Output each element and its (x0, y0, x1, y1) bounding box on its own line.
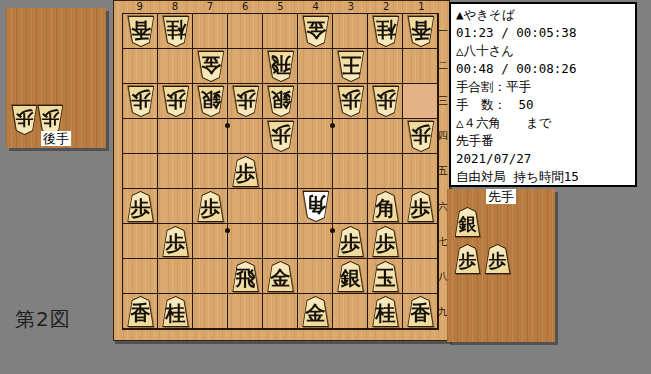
piece-gote-pawn: 歩 (337, 86, 365, 117)
piece-glyph: 歩 (11, 105, 38, 135)
square-6-6[interactable] (228, 189, 263, 224)
piece-glyph: 香 (127, 296, 155, 327)
piece-sente-gold: 金 (267, 261, 295, 292)
piece-glyph: 歩 (484, 244, 511, 274)
square-1-3[interactable] (403, 84, 438, 119)
square-2-9[interactable]: 桂 (368, 294, 403, 329)
piece-sente-gold: 金 (302, 296, 330, 327)
piece-gote-silver: 銀 (197, 86, 225, 117)
square-3-1[interactable] (333, 14, 368, 49)
square-7-1[interactable] (193, 14, 228, 49)
square-2-3[interactable]: 歩 (368, 84, 403, 119)
piece-sente-pawn: 歩 (407, 191, 435, 222)
piece-glyph: 歩 (337, 226, 365, 257)
piece-glyph: 歩 (232, 156, 260, 187)
piece-glyph: 歩 (407, 121, 435, 152)
piece-gote-knight: 桂 (372, 16, 400, 47)
square-6-4[interactable] (228, 119, 263, 154)
piece-sente-pawn: 歩 (372, 226, 400, 257)
square-5-3[interactable]: 銀 (263, 84, 298, 119)
square-5-5[interactable] (263, 154, 298, 189)
file-labels: 987654321 (122, 1, 439, 13)
square-2-8[interactable]: 玉 (368, 259, 403, 294)
figure-label: 第2図 (15, 306, 71, 333)
square-1-5[interactable] (403, 154, 438, 189)
square-7-9[interactable] (193, 294, 228, 329)
square-4-4[interactable] (298, 119, 333, 154)
piece-glyph: 桂 (372, 16, 400, 47)
piece-glyph: 飛 (232, 261, 260, 292)
piece-glyph: 王 (337, 51, 365, 82)
square-6-3[interactable]: 歩 (228, 84, 263, 119)
square-9-5[interactable] (123, 154, 158, 189)
piece-glyph: 歩 (337, 86, 365, 117)
square-1-2[interactable] (403, 49, 438, 84)
piece-glyph: 銀 (267, 86, 295, 117)
square-3-3[interactable]: 歩 (333, 84, 368, 119)
piece-glyph: 桂 (162, 296, 190, 327)
sente-captured-tray: 先手 銀 歩 歩 (447, 189, 555, 342)
square-5-9[interactable] (263, 294, 298, 329)
piece-glyph: 銀 (454, 207, 481, 237)
square-9-4[interactable] (123, 119, 158, 154)
piece-glyph: 歩 (127, 191, 155, 222)
square-3-9[interactable] (333, 294, 368, 329)
square-5-8[interactable]: 金 (263, 259, 298, 294)
piece-glyph: 香 (127, 16, 155, 47)
piece-sente-silver-in-hand[interactable]: 銀 (454, 207, 481, 237)
square-9-3[interactable]: 歩 (123, 84, 158, 119)
square-1-6[interactable]: 歩 (403, 189, 438, 224)
piece-gote-knight: 桂 (162, 16, 190, 47)
square-8-4[interactable] (158, 119, 193, 154)
piece-gote-pawn: 歩 (407, 121, 435, 152)
square-4-3[interactable] (298, 84, 333, 119)
square-8-5[interactable] (158, 154, 193, 189)
piece-glyph: 金 (302, 16, 330, 47)
square-2-4[interactable] (368, 119, 403, 154)
square-1-9[interactable]: 香 (403, 294, 438, 329)
gote-tray-label: 後手 (41, 131, 71, 146)
square-7-7[interactable] (193, 224, 228, 259)
square-3-5[interactable] (333, 154, 368, 189)
square-3-4[interactable] (333, 119, 368, 154)
square-5-1[interactable] (263, 14, 298, 49)
piece-gote-pawn: 歩 (267, 121, 295, 152)
square-8-2[interactable] (158, 49, 193, 84)
piece-gote-pawn: 歩 (232, 86, 260, 117)
square-5-6[interactable] (263, 189, 298, 224)
piece-sente-silver: 銀 (337, 261, 365, 292)
game-info-panel: ▲やきそば 01:23 / 00:05:38 △八十さん 00:48 / 00:… (449, 2, 637, 187)
piece-glyph: 香 (407, 296, 435, 327)
square-6-9[interactable] (228, 294, 263, 329)
sente-player-name: ▲やきそば (456, 6, 630, 24)
square-7-8[interactable] (193, 259, 228, 294)
piece-sente-lance: 香 (407, 296, 435, 327)
piece-sente-pawn-in-hand[interactable]: 歩 (484, 244, 511, 274)
square-6-7[interactable] (228, 224, 263, 259)
piece-gote-rook: 飛 (267, 51, 295, 82)
square-9-8[interactable] (123, 259, 158, 294)
square-3-2[interactable]: 王 (333, 49, 368, 84)
square-7-6[interactable]: 歩 (193, 189, 228, 224)
handicap-line: 手合割：平手 (456, 78, 630, 96)
game-rule: 自由対局 持ち時間15 (456, 168, 630, 186)
square-2-5[interactable] (368, 154, 403, 189)
piece-glyph: 歩 (407, 191, 435, 222)
sente-time: 01:23 / 00:05:38 (456, 24, 630, 42)
square-5-4[interactable]: 歩 (263, 119, 298, 154)
shogi-board: 987654321 一二三四五六七八九 香桂金桂香金飛王歩歩銀歩銀歩歩歩歩歩歩歩… (113, 0, 450, 341)
square-8-7[interactable]: 歩 (158, 224, 193, 259)
square-6-8[interactable]: 飛 (228, 259, 263, 294)
square-2-7[interactable]: 歩 (368, 224, 403, 259)
square-6-2[interactable] (228, 49, 263, 84)
piece-glyph: 金 (197, 51, 225, 82)
file-label-1: 1 (404, 1, 439, 13)
square-4-8[interactable] (298, 259, 333, 294)
square-2-1[interactable]: 桂 (368, 14, 403, 49)
square-4-1[interactable]: 金 (298, 14, 333, 49)
piece-glyph: 金 (267, 261, 295, 292)
piece-gote-gold: 金 (302, 16, 330, 47)
piece-glyph: 歩 (197, 191, 225, 222)
piece-sente-pawn-in-hand[interactable]: 歩 (454, 244, 481, 274)
piece-gote-lance: 香 (407, 16, 435, 47)
piece-sente-pawn: 歩 (197, 191, 225, 222)
piece-gote-king: 王 (337, 51, 365, 82)
square-8-3[interactable]: 歩 (158, 84, 193, 119)
square-9-2[interactable] (123, 49, 158, 84)
square-1-4[interactable]: 歩 (403, 119, 438, 154)
piece-glyph: 歩 (267, 121, 295, 152)
piece-sente-knight: 桂 (162, 296, 190, 327)
square-8-8[interactable] (158, 259, 193, 294)
file-label-7: 7 (192, 1, 227, 13)
piece-gote-pawn: 歩 (127, 86, 155, 117)
file-label-2: 2 (369, 1, 404, 13)
square-6-1[interactable] (228, 14, 263, 49)
square-4-9[interactable]: 金 (298, 294, 333, 329)
square-1-8[interactable] (403, 259, 438, 294)
gote-player-name: △八十さん (456, 42, 630, 60)
square-2-6[interactable]: 角 (368, 189, 403, 224)
hoshi-dot (225, 123, 230, 128)
piece-gote-lance: 香 (127, 16, 155, 47)
game-date: 2021/07/27 (456, 150, 630, 168)
piece-glyph: 銀 (197, 86, 225, 117)
piece-sente-pawn: 歩 (232, 156, 260, 187)
piece-gote-pawn-in-hand[interactable]: 歩 (11, 105, 38, 135)
file-label-5: 5 (263, 1, 298, 13)
square-5-7[interactable] (263, 224, 298, 259)
piece-sente-rook: 飛 (232, 261, 260, 292)
piece-sente-king: 玉 (372, 261, 400, 292)
piece-glyph: 銀 (337, 261, 365, 292)
piece-glyph: 金 (302, 296, 330, 327)
square-5-2[interactable]: 飛 (263, 49, 298, 84)
piece-gote-bishop: 角 (302, 191, 330, 222)
square-8-1[interactable]: 桂 (158, 14, 193, 49)
piece-gote-silver: 銀 (267, 86, 295, 117)
piece-glyph: 歩 (232, 86, 260, 117)
piece-glyph: 歩 (372, 86, 400, 117)
piece-glyph: 桂 (372, 296, 400, 327)
piece-glyph: 歩 (162, 86, 190, 117)
piece-glyph: 歩 (372, 226, 400, 257)
piece-gote-pawn: 歩 (162, 86, 190, 117)
square-3-8[interactable]: 銀 (333, 259, 368, 294)
square-7-3[interactable]: 銀 (193, 84, 228, 119)
square-2-2[interactable] (368, 49, 403, 84)
square-3-6[interactable] (333, 189, 368, 224)
piece-glyph: 角 (302, 191, 330, 222)
file-label-4: 4 (298, 1, 333, 13)
file-label-8: 8 (157, 1, 192, 13)
square-4-6[interactable]: 角 (298, 189, 333, 224)
file-label-6: 6 (228, 1, 263, 13)
piece-glyph: 角 (372, 191, 400, 222)
turn-indicator: 先手番 (456, 132, 630, 150)
piece-sente-knight: 桂 (372, 296, 400, 327)
piece-gote-pawn: 歩 (372, 86, 400, 117)
square-7-5[interactable] (193, 154, 228, 189)
piece-glyph: 桂 (162, 16, 190, 47)
piece-glyph: 歩 (162, 226, 190, 257)
square-4-2[interactable] (298, 49, 333, 84)
hoshi-dot (225, 228, 230, 233)
square-1-7[interactable] (403, 224, 438, 259)
piece-glyph: 歩 (454, 244, 481, 274)
square-1-1[interactable]: 香 (403, 14, 438, 49)
square-9-7[interactable] (123, 224, 158, 259)
sente-tray-label: 先手 (486, 189, 516, 204)
square-3-7[interactable]: 歩 (333, 224, 368, 259)
board-grid: 香桂金桂香金飛王歩歩銀歩銀歩歩歩歩歩歩歩角角歩歩歩歩飛金銀玉香桂金桂香 (122, 13, 439, 330)
square-7-2[interactable]: 金 (193, 49, 228, 84)
square-4-7[interactable] (298, 224, 333, 259)
piece-sente-lance: 香 (127, 296, 155, 327)
gote-time: 00:48 / 00:08:26 (456, 60, 630, 78)
piece-sente-pawn: 歩 (162, 226, 190, 257)
piece-sente-pawn: 歩 (337, 226, 365, 257)
piece-glyph: 玉 (372, 261, 400, 292)
move-count-line: 手 数： 50 (456, 96, 630, 114)
piece-glyph: 飛 (267, 51, 295, 82)
square-8-9[interactable]: 桂 (158, 294, 193, 329)
square-9-1[interactable]: 香 (123, 14, 158, 49)
piece-glyph: 香 (407, 16, 435, 47)
file-label-9: 9 (122, 1, 157, 13)
hoshi-dot (330, 228, 335, 233)
gote-captured-tray: 歩 歩 後手 (6, 8, 106, 148)
last-move-line: △４六角 まで (456, 114, 630, 132)
square-6-5[interactable]: 歩 (228, 154, 263, 189)
shogi-app-screen: 歩 歩 後手 987654321 一二三四五六七八九 香桂金桂香金飛王歩歩銀歩銀… (0, 0, 651, 374)
square-9-6[interactable]: 歩 (123, 189, 158, 224)
piece-sente-bishop: 角 (372, 191, 400, 222)
square-8-6[interactable] (158, 189, 193, 224)
hoshi-dot (330, 123, 335, 128)
piece-sente-pawn: 歩 (127, 191, 155, 222)
piece-gote-gold: 金 (197, 51, 225, 82)
square-9-9[interactable]: 香 (123, 294, 158, 329)
piece-glyph: 歩 (127, 86, 155, 117)
square-7-4[interactable] (193, 119, 228, 154)
square-4-5[interactable] (298, 154, 333, 189)
file-label-3: 3 (333, 1, 368, 13)
